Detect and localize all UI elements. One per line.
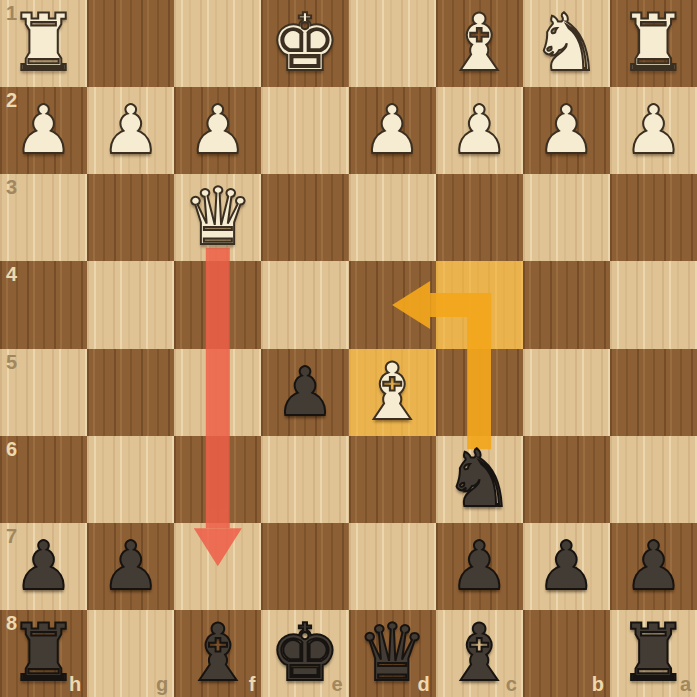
white-pawn-h2[interactable]: ♟ bbox=[0, 87, 87, 174]
square-c8[interactable]: c♝ bbox=[436, 610, 523, 697]
square-e8[interactable]: e♚ bbox=[261, 610, 348, 697]
square-h6[interactable]: 6 bbox=[0, 436, 87, 523]
square-e6[interactable] bbox=[261, 436, 348, 523]
square-f7[interactable] bbox=[174, 523, 261, 610]
square-e7[interactable] bbox=[261, 523, 348, 610]
white-rook-h1[interactable]: ♜ bbox=[0, 0, 87, 87]
black-pawn-g7[interactable]: ♟ bbox=[87, 523, 174, 610]
square-d1[interactable] bbox=[349, 0, 436, 87]
square-h1[interactable]: 1♜ bbox=[0, 0, 87, 87]
white-pawn-g2[interactable]: ♟ bbox=[87, 87, 174, 174]
square-b2[interactable]: ♟ bbox=[523, 87, 610, 174]
square-b4[interactable] bbox=[523, 261, 610, 348]
white-bishop-d5[interactable]: ♝ bbox=[349, 349, 436, 436]
square-d8[interactable]: d♛ bbox=[349, 610, 436, 697]
square-c3[interactable] bbox=[436, 174, 523, 261]
square-c5[interactable] bbox=[436, 349, 523, 436]
square-b6[interactable] bbox=[523, 436, 610, 523]
square-c7[interactable]: ♟ bbox=[436, 523, 523, 610]
square-g4[interactable] bbox=[87, 261, 174, 348]
white-pawn-d2[interactable]: ♟ bbox=[349, 87, 436, 174]
square-h2[interactable]: 2♟ bbox=[0, 87, 87, 174]
square-b5[interactable] bbox=[523, 349, 610, 436]
square-f5[interactable] bbox=[174, 349, 261, 436]
square-a1[interactable]: ♜ bbox=[610, 0, 697, 87]
square-g7[interactable]: ♟ bbox=[87, 523, 174, 610]
square-e4[interactable] bbox=[261, 261, 348, 348]
white-rook-a1[interactable]: ♜ bbox=[610, 0, 697, 87]
square-a5[interactable] bbox=[610, 349, 697, 436]
black-queen-d8[interactable]: ♛ bbox=[349, 610, 436, 697]
square-e2[interactable] bbox=[261, 87, 348, 174]
file-label-b: b bbox=[592, 674, 604, 694]
square-f8[interactable]: f♝ bbox=[174, 610, 261, 697]
black-pawn-e5[interactable]: ♟ bbox=[261, 349, 348, 436]
square-g6[interactable] bbox=[87, 436, 174, 523]
rank-label-4: 4 bbox=[6, 264, 17, 284]
white-queen-f3[interactable]: ♛ bbox=[174, 174, 261, 261]
white-knight-b1[interactable]: ♞ bbox=[523, 0, 610, 87]
square-c4[interactable] bbox=[436, 261, 523, 348]
square-d6[interactable] bbox=[349, 436, 436, 523]
square-a2[interactable]: ♟ bbox=[610, 87, 697, 174]
square-h5[interactable]: 5 bbox=[0, 349, 87, 436]
square-f6[interactable] bbox=[174, 436, 261, 523]
square-d2[interactable]: ♟ bbox=[349, 87, 436, 174]
black-pawn-b7[interactable]: ♟ bbox=[523, 523, 610, 610]
square-e5[interactable]: ♟ bbox=[261, 349, 348, 436]
square-d5[interactable]: ♝ bbox=[349, 349, 436, 436]
square-a7[interactable]: ♟ bbox=[610, 523, 697, 610]
file-label-g: g bbox=[156, 674, 168, 694]
square-g5[interactable] bbox=[87, 349, 174, 436]
white-bishop-c1[interactable]: ♝ bbox=[436, 0, 523, 87]
square-d3[interactable] bbox=[349, 174, 436, 261]
square-b3[interactable] bbox=[523, 174, 610, 261]
black-bishop-c8[interactable]: ♝ bbox=[436, 610, 523, 697]
black-pawn-c7[interactable]: ♟ bbox=[436, 523, 523, 610]
square-g1[interactable] bbox=[87, 0, 174, 87]
chess-board[interactable]: 1♜♚♝♞♜2♟♟♟♟♟♟♟3♛45♟♝6♞7♟♟♟♟♟8h♜gf♝e♚d♛c♝… bbox=[0, 0, 697, 697]
square-f3[interactable]: ♛ bbox=[174, 174, 261, 261]
square-d4[interactable] bbox=[349, 261, 436, 348]
square-e3[interactable] bbox=[261, 174, 348, 261]
square-e1[interactable]: ♚ bbox=[261, 0, 348, 87]
square-g8[interactable]: g bbox=[87, 610, 174, 697]
square-h8[interactable]: 8h♜ bbox=[0, 610, 87, 697]
square-f4[interactable] bbox=[174, 261, 261, 348]
square-a6[interactable] bbox=[610, 436, 697, 523]
square-h7[interactable]: 7♟ bbox=[0, 523, 87, 610]
square-c2[interactable]: ♟ bbox=[436, 87, 523, 174]
rank-label-3: 3 bbox=[6, 177, 17, 197]
square-b1[interactable]: ♞ bbox=[523, 0, 610, 87]
black-rook-h8[interactable]: ♜ bbox=[0, 610, 87, 697]
square-f1[interactable] bbox=[174, 0, 261, 87]
white-pawn-b2[interactable]: ♟ bbox=[523, 87, 610, 174]
square-b8[interactable]: b bbox=[523, 610, 610, 697]
square-a3[interactable] bbox=[610, 174, 697, 261]
last-move-highlight-c4 bbox=[436, 261, 523, 348]
square-h4[interactable]: 4 bbox=[0, 261, 87, 348]
square-c1[interactable]: ♝ bbox=[436, 0, 523, 87]
square-f2[interactable]: ♟ bbox=[174, 87, 261, 174]
white-pawn-f2[interactable]: ♟ bbox=[174, 87, 261, 174]
square-h3[interactable]: 3 bbox=[0, 174, 87, 261]
black-king-e8[interactable]: ♚ bbox=[261, 610, 348, 697]
square-a8[interactable]: a♜ bbox=[610, 610, 697, 697]
square-g3[interactable] bbox=[87, 174, 174, 261]
white-pawn-a2[interactable]: ♟ bbox=[610, 87, 697, 174]
black-pawn-a7[interactable]: ♟ bbox=[610, 523, 697, 610]
black-pawn-h7[interactable]: ♟ bbox=[0, 523, 87, 610]
rank-label-6: 6 bbox=[6, 439, 17, 459]
black-knight-c6[interactable]: ♞ bbox=[436, 436, 523, 523]
rank-label-5: 5 bbox=[6, 352, 17, 372]
square-a4[interactable] bbox=[610, 261, 697, 348]
board-squares[interactable]: 1♜♚♝♞♜2♟♟♟♟♟♟♟3♛45♟♝6♞7♟♟♟♟♟8h♜gf♝e♚d♛c♝… bbox=[0, 0, 697, 697]
white-king-e1[interactable]: ♚ bbox=[261, 0, 348, 87]
black-rook-a8[interactable]: ♜ bbox=[610, 610, 697, 697]
white-pawn-c2[interactable]: ♟ bbox=[436, 87, 523, 174]
square-d7[interactable] bbox=[349, 523, 436, 610]
black-bishop-f8[interactable]: ♝ bbox=[174, 610, 261, 697]
square-c6[interactable]: ♞ bbox=[436, 436, 523, 523]
square-b7[interactable]: ♟ bbox=[523, 523, 610, 610]
square-g2[interactable]: ♟ bbox=[87, 87, 174, 174]
